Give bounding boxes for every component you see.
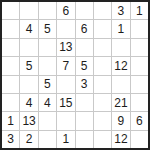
cell-r5c4[interactable] xyxy=(57,76,74,93)
cell-r1c8[interactable]: 1 xyxy=(131,2,148,19)
cell-r4c4[interactable]: 7 xyxy=(57,57,74,74)
cell-r6c1[interactable] xyxy=(2,94,19,111)
cell-r4c3[interactable] xyxy=(39,57,56,74)
cell-r2c8[interactable] xyxy=(131,20,148,37)
cell-r6c8[interactable] xyxy=(131,94,148,111)
cell-r5c2[interactable] xyxy=(20,76,37,93)
cell-r2c2[interactable]: 4 xyxy=(20,20,37,37)
cell-r7c4[interactable] xyxy=(57,112,74,129)
cell-r3c4[interactable]: 13 xyxy=(57,39,74,56)
cell-r5c3[interactable]: 5 xyxy=(39,76,56,93)
cell-r7c6[interactable] xyxy=(94,112,111,129)
cell-r7c2[interactable]: 13 xyxy=(20,112,37,129)
cell-r4c6[interactable] xyxy=(94,57,111,74)
cell-r4c1[interactable] xyxy=(2,57,19,74)
cell-r3c2[interactable] xyxy=(20,39,37,56)
cell-r1c4[interactable]: 6 xyxy=(57,2,74,19)
cell-r1c2[interactable] xyxy=(20,2,37,19)
cell-r8c5[interactable] xyxy=(76,131,93,148)
cell-r8c2[interactable]: 2 xyxy=(20,131,37,148)
cell-r2c3[interactable]: 5 xyxy=(39,20,56,37)
cell-r5c8[interactable] xyxy=(131,76,148,93)
cell-r1c7[interactable]: 3 xyxy=(112,2,129,19)
cell-r3c5[interactable] xyxy=(76,39,93,56)
cell-r6c7[interactable]: 21 xyxy=(112,94,129,111)
cell-r3c7[interactable] xyxy=(112,39,129,56)
cell-r5c1[interactable] xyxy=(2,76,19,93)
cell-r6c5[interactable] xyxy=(76,94,93,111)
cell-r8c4[interactable]: 1 xyxy=(57,131,74,148)
puzzle-board: 63145611357512534415211139632112 xyxy=(0,0,150,150)
cell-r7c3[interactable] xyxy=(39,112,56,129)
cell-r2c5[interactable]: 6 xyxy=(76,20,93,37)
cell-r7c1[interactable]: 1 xyxy=(2,112,19,129)
cell-r4c8[interactable] xyxy=(131,57,148,74)
cell-r4c2[interactable]: 5 xyxy=(20,57,37,74)
cell-r2c4[interactable] xyxy=(57,20,74,37)
cell-r5c7[interactable] xyxy=(112,76,129,93)
cell-r2c6[interactable] xyxy=(94,20,111,37)
cell-r8c7[interactable]: 12 xyxy=(112,131,129,148)
cell-r1c5[interactable] xyxy=(76,2,93,19)
cell-r5c6[interactable] xyxy=(94,76,111,93)
cell-r5c5[interactable]: 3 xyxy=(76,76,93,93)
cell-r1c6[interactable] xyxy=(94,2,111,19)
cell-r7c8[interactable]: 6 xyxy=(131,112,148,129)
cell-r3c8[interactable] xyxy=(131,39,148,56)
cell-r2c7[interactable]: 1 xyxy=(112,20,129,37)
cell-r6c3[interactable]: 4 xyxy=(39,94,56,111)
cell-r7c5[interactable] xyxy=(76,112,93,129)
cell-r6c4[interactable]: 15 xyxy=(57,94,74,111)
cell-r8c1[interactable]: 3 xyxy=(2,131,19,148)
cell-r1c1[interactable] xyxy=(2,2,19,19)
cell-r6c6[interactable] xyxy=(94,94,111,111)
cell-r3c6[interactable] xyxy=(94,39,111,56)
cell-r4c7[interactable]: 12 xyxy=(112,57,129,74)
cell-r1c3[interactable] xyxy=(39,2,56,19)
cell-r8c8[interactable] xyxy=(131,131,148,148)
cell-r3c1[interactable] xyxy=(2,39,19,56)
cell-r4c5[interactable]: 5 xyxy=(76,57,93,74)
cell-r8c6[interactable] xyxy=(94,131,111,148)
cell-r6c2[interactable]: 4 xyxy=(20,94,37,111)
cell-r8c3[interactable] xyxy=(39,131,56,148)
cell-r3c3[interactable] xyxy=(39,39,56,56)
cell-r2c1[interactable] xyxy=(2,20,19,37)
cell-r7c7[interactable]: 9 xyxy=(112,112,129,129)
